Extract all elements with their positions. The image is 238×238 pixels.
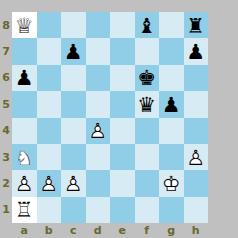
square-e3[interactable] xyxy=(110,144,135,170)
square-g8[interactable] xyxy=(159,12,184,38)
file-label-f: f xyxy=(135,223,160,238)
square-d3[interactable] xyxy=(86,144,111,170)
square-a2[interactable]: ♟♙ xyxy=(12,170,37,196)
file-label-d: d xyxy=(86,223,111,238)
square-c3[interactable] xyxy=(61,144,86,170)
square-f5[interactable]: ♛ xyxy=(135,91,160,117)
square-e6[interactable] xyxy=(110,65,135,91)
white-pawn[interactable]: ♟♙ xyxy=(39,174,58,195)
square-a6[interactable]: ♟ xyxy=(12,65,37,91)
black-pawn[interactable]: ♟ xyxy=(15,68,34,89)
square-d7[interactable] xyxy=(86,38,111,64)
square-e8[interactable] xyxy=(110,12,135,38)
file-labels: abcdefgh xyxy=(12,223,208,238)
black-pawn[interactable]: ♟ xyxy=(162,95,181,116)
square-c4[interactable] xyxy=(61,118,86,144)
black-king[interactable]: ♚ xyxy=(137,68,156,89)
square-b2[interactable]: ♟♙ xyxy=(37,170,62,196)
black-pawn[interactable]: ♟ xyxy=(64,42,83,63)
square-h3[interactable]: ♟♙ xyxy=(184,144,209,170)
rank-label-5: 5 xyxy=(0,91,12,117)
square-d8[interactable] xyxy=(86,12,111,38)
square-f3[interactable] xyxy=(135,144,160,170)
white-pawn-glyph-outline: ♙ xyxy=(64,174,83,195)
square-f2[interactable] xyxy=(135,170,160,196)
rank-label-2: 2 xyxy=(0,170,12,196)
square-h2[interactable] xyxy=(184,170,209,196)
square-g5[interactable]: ♟ xyxy=(159,91,184,117)
square-h7[interactable]: ♟ xyxy=(184,38,209,64)
square-a5[interactable] xyxy=(12,91,37,117)
square-b5[interactable] xyxy=(37,91,62,117)
white-king[interactable]: ♚♔ xyxy=(162,174,181,195)
white-pawn-glyph-outline: ♙ xyxy=(186,148,205,169)
white-pawn-glyph-outline: ♙ xyxy=(39,174,58,195)
square-a8[interactable]: ♛♕ xyxy=(12,12,37,38)
square-g6[interactable] xyxy=(159,65,184,91)
square-b6[interactable] xyxy=(37,65,62,91)
square-h5[interactable] xyxy=(184,91,209,117)
white-knight-glyph-outline: ♘ xyxy=(15,148,34,169)
black-bishop[interactable]: ♝ xyxy=(137,16,156,37)
square-f4[interactable] xyxy=(135,118,160,144)
square-d4[interactable]: ♟♙ xyxy=(86,118,111,144)
chess-diagram: 87654321 ♛♕♝♜♟♟♟♚♛♟♟♙♞♘♟♙♟♙♟♙♟♙♚♔♜♖ abcd… xyxy=(0,0,238,238)
square-e7[interactable] xyxy=(110,38,135,64)
square-c2[interactable]: ♟♙ xyxy=(61,170,86,196)
square-c8[interactable] xyxy=(61,12,86,38)
square-b3[interactable] xyxy=(37,144,62,170)
white-queen[interactable]: ♛♕ xyxy=(15,16,34,37)
square-b7[interactable] xyxy=(37,38,62,64)
black-pawn[interactable]: ♟ xyxy=(186,42,205,63)
square-c7[interactable]: ♟ xyxy=(61,38,86,64)
black-queen[interactable]: ♛ xyxy=(137,95,156,116)
white-pawn[interactable]: ♟♙ xyxy=(64,174,83,195)
square-g4[interactable] xyxy=(159,118,184,144)
square-f7[interactable] xyxy=(135,38,160,64)
white-king-glyph-outline: ♔ xyxy=(162,174,181,195)
square-a3[interactable]: ♞♘ xyxy=(12,144,37,170)
file-label-h: h xyxy=(184,223,209,238)
square-f1[interactable] xyxy=(135,197,160,223)
square-e2[interactable] xyxy=(110,170,135,196)
rank-label-8: 8 xyxy=(0,12,12,38)
white-queen-glyph-outline: ♕ xyxy=(15,16,34,37)
white-rook[interactable]: ♜♖ xyxy=(15,200,34,221)
square-e1[interactable] xyxy=(110,197,135,223)
square-d5[interactable] xyxy=(86,91,111,117)
white-pawn[interactable]: ♟♙ xyxy=(88,121,107,142)
square-a4[interactable] xyxy=(12,118,37,144)
file-label-e: e xyxy=(110,223,135,238)
white-pawn[interactable]: ♟♙ xyxy=(186,148,205,169)
rank-label-4: 4 xyxy=(0,118,12,144)
square-d2[interactable] xyxy=(86,170,111,196)
square-b4[interactable] xyxy=(37,118,62,144)
white-pawn[interactable]: ♟♙ xyxy=(15,174,34,195)
square-c1[interactable] xyxy=(61,197,86,223)
white-pawn-glyph-outline: ♙ xyxy=(88,121,107,142)
square-c5[interactable] xyxy=(61,91,86,117)
rank-labels: 87654321 xyxy=(0,12,12,223)
file-label-g: g xyxy=(159,223,184,238)
file-label-c: c xyxy=(61,223,86,238)
square-g3[interactable] xyxy=(159,144,184,170)
square-a1[interactable]: ♜♖ xyxy=(12,197,37,223)
file-label-b: b xyxy=(37,223,62,238)
square-b8[interactable] xyxy=(37,12,62,38)
square-d1[interactable] xyxy=(86,197,111,223)
black-rook[interactable]: ♜ xyxy=(186,16,205,37)
rank-label-3: 3 xyxy=(0,144,12,170)
square-b1[interactable] xyxy=(37,197,62,223)
rank-label-6: 6 xyxy=(0,65,12,91)
white-rook-glyph-outline: ♖ xyxy=(15,200,34,221)
square-g1[interactable] xyxy=(159,197,184,223)
white-pawn-glyph-outline: ♙ xyxy=(15,174,34,195)
square-f6[interactable]: ♚ xyxy=(135,65,160,91)
square-g7[interactable] xyxy=(159,38,184,64)
square-g2[interactable]: ♚♔ xyxy=(159,170,184,196)
chess-board: ♛♕♝♜♟♟♟♚♛♟♟♙♞♘♟♙♟♙♟♙♟♙♚♔♜♖ xyxy=(12,12,208,223)
square-f8[interactable]: ♝ xyxy=(135,12,160,38)
white-knight[interactable]: ♞♘ xyxy=(15,148,34,169)
square-h4[interactable] xyxy=(184,118,209,144)
square-d6[interactable] xyxy=(86,65,111,91)
file-label-a: a xyxy=(12,223,37,238)
square-h8[interactable]: ♜ xyxy=(184,12,209,38)
square-h6[interactable] xyxy=(184,65,209,91)
square-e5[interactable] xyxy=(110,91,135,117)
rank-label-7: 7 xyxy=(0,38,12,64)
square-c6[interactable] xyxy=(61,65,86,91)
square-e4[interactable] xyxy=(110,118,135,144)
rank-label-1: 1 xyxy=(0,197,12,223)
square-a7[interactable] xyxy=(12,38,37,64)
square-h1[interactable] xyxy=(184,197,209,223)
